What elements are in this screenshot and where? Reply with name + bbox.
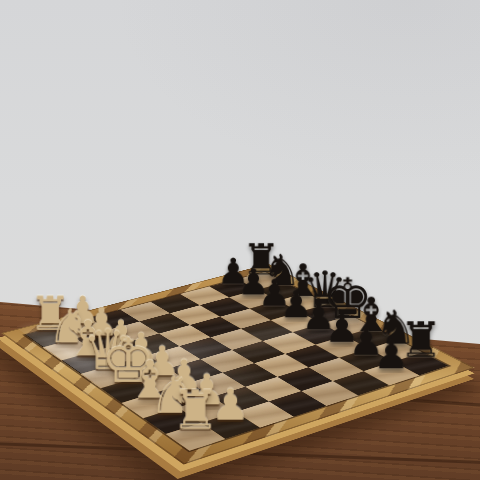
board-grid: ♜♞♝♛♚♝♞♜♟♟♟♟♟♟♟♟♟♟♟♟♟♟♟♟♜♞♝♛♚♝♞♜ [25,272,449,451]
square-g6 [309,358,364,381]
rook-piece-glyph: ♜ [399,317,443,364]
square-h8: ♜ [394,353,449,376]
pawn-piece-glyph: ♟ [84,304,118,341]
black-bishop-f8: ♝ [350,279,393,338]
knight-piece-glyph: ♞ [374,306,416,351]
black-rook-a8: ♜ [241,227,281,281]
rook-piece-glyph: ♜ [242,240,281,281]
black-rook-h8: ♜ [399,303,444,364]
chess-board: ♜♞♝♛♚♝♞♜♟♟♟♟♟♟♟♟♟♟♟♟♟♟♟♟♜♞♝♛♚♝♞♜ [1,264,475,465]
photo-horn-chess-set: { "game": "chess", "scene": { "descripti… [0,0,480,480]
square-c1: ♝ [61,351,114,374]
pawn-piece-glyph: ♟ [217,254,249,288]
board-scene: ♜♞♝♛♚♝♞♜♟♟♟♟♟♟♟♟♟♟♟♟♟♟♟♟♜♞♝♛♚♝♞♜ [0,0,480,480]
square-e5 [232,341,285,363]
pawn-piece-glyph: ♟ [66,292,100,328]
bishop-piece-glyph: ♝ [350,293,392,338]
